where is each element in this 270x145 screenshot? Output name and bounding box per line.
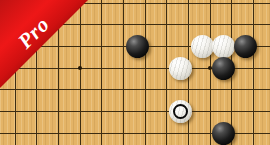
grid-line-vertical bbox=[166, 0, 167, 145]
grid-line-horizontal bbox=[0, 111, 270, 112]
white-stone bbox=[191, 35, 214, 58]
grid-line-vertical bbox=[123, 0, 124, 145]
grid-line-vertical bbox=[253, 0, 254, 145]
white-stone bbox=[169, 100, 192, 123]
go-app-screenshot: Pro bbox=[0, 0, 270, 145]
grid-line-vertical bbox=[145, 0, 146, 145]
white-stone bbox=[169, 57, 192, 80]
black-stone bbox=[126, 35, 149, 58]
grid-line-vertical bbox=[80, 0, 81, 145]
last-move-marker bbox=[173, 104, 188, 119]
black-stone bbox=[212, 57, 235, 80]
grid-line-horizontal bbox=[0, 89, 270, 90]
grid-line-vertical bbox=[210, 0, 211, 145]
star-point bbox=[78, 66, 82, 70]
grid-line-vertical bbox=[101, 0, 102, 145]
black-stone bbox=[212, 122, 235, 145]
black-stone bbox=[234, 35, 257, 58]
